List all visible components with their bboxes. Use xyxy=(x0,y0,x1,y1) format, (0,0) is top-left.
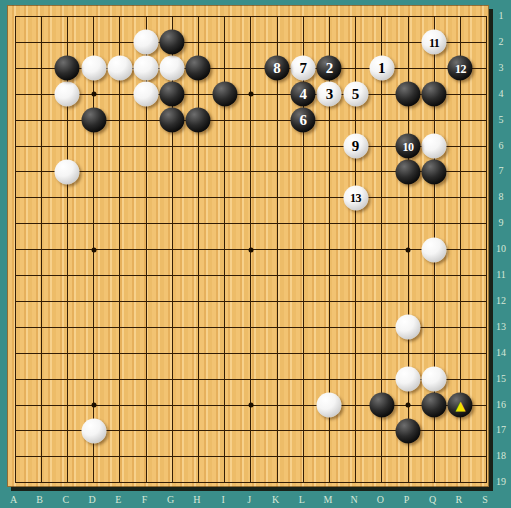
board-frame: ▲12345678910111213 ABCDEFGHIJKLMNOPQRS12… xyxy=(0,0,511,508)
stone-white-N6[interactable]: 9 xyxy=(343,134,368,159)
star-point-P10 xyxy=(406,247,411,252)
stone-white-M16[interactable] xyxy=(317,393,342,418)
move-number: 3 xyxy=(326,87,334,102)
stone-black-G4[interactable] xyxy=(160,82,185,107)
stone-white-M4[interactable]: 3 xyxy=(317,82,342,107)
col-label-G: G xyxy=(167,494,174,505)
stone-black-R16[interactable]: ▲ xyxy=(448,393,473,418)
row-label-16: 16 xyxy=(496,398,506,409)
stone-black-P6[interactable]: 10 xyxy=(396,134,421,159)
col-label-P: P xyxy=(404,494,410,505)
star-point-J4 xyxy=(248,92,253,97)
move-number: 12 xyxy=(455,62,466,74)
stone-black-G5[interactable] xyxy=(160,108,185,133)
move-number: 11 xyxy=(429,36,439,48)
col-label-H: H xyxy=(193,494,200,505)
col-label-A: A xyxy=(10,494,17,505)
move-number: 10 xyxy=(403,140,414,152)
stone-black-H5[interactable] xyxy=(186,108,211,133)
row-label-8: 8 xyxy=(499,191,504,202)
stone-white-L3[interactable]: 7 xyxy=(291,56,316,81)
row-label-15: 15 xyxy=(496,372,506,383)
move-number: 13 xyxy=(350,192,361,204)
stone-black-Q7[interactable] xyxy=(422,159,447,184)
row-label-13: 13 xyxy=(496,320,506,331)
stone-black-L5[interactable]: 6 xyxy=(291,108,316,133)
stone-black-I4[interactable] xyxy=(212,82,237,107)
row-label-2: 2 xyxy=(499,35,504,46)
row-label-12: 12 xyxy=(496,294,506,305)
row-label-11: 11 xyxy=(496,269,506,280)
col-label-J: J xyxy=(247,494,251,505)
col-label-N: N xyxy=(350,494,357,505)
grid-line-horizontal xyxy=(15,456,488,457)
star-point-J10 xyxy=(248,247,253,252)
stone-black-O16[interactable] xyxy=(369,393,394,418)
row-label-14: 14 xyxy=(496,346,506,357)
stone-white-F3[interactable] xyxy=(134,56,159,81)
grid-line-horizontal xyxy=(15,301,488,302)
stone-white-F2[interactable] xyxy=(134,30,159,55)
col-label-K: K xyxy=(272,494,279,505)
stone-white-Q6[interactable] xyxy=(422,134,447,159)
stone-black-R3[interactable]: 12 xyxy=(448,56,473,81)
stone-white-G3[interactable] xyxy=(160,56,185,81)
row-label-18: 18 xyxy=(496,450,506,461)
col-label-F: F xyxy=(142,494,148,505)
grid-line-horizontal xyxy=(15,275,488,276)
col-label-S: S xyxy=(482,494,488,505)
stone-white-E3[interactable] xyxy=(107,56,132,81)
col-label-C: C xyxy=(63,494,70,505)
stone-black-L4[interactable]: 4 xyxy=(291,82,316,107)
stone-black-P4[interactable] xyxy=(396,82,421,107)
stone-black-Q16[interactable] xyxy=(422,393,447,418)
row-label-1: 1 xyxy=(499,10,504,21)
col-label-R: R xyxy=(456,494,463,505)
stone-black-Q4[interactable] xyxy=(422,82,447,107)
move-number: 8 xyxy=(273,61,281,76)
grid-line-horizontal xyxy=(15,353,488,354)
stone-black-C3[interactable] xyxy=(55,56,80,81)
row-label-19: 19 xyxy=(496,476,506,487)
star-point-D4 xyxy=(91,92,96,97)
stone-black-G2[interactable] xyxy=(160,30,185,55)
stone-white-D3[interactable] xyxy=(81,56,106,81)
move-number: 4 xyxy=(299,87,307,102)
row-label-3: 3 xyxy=(499,61,504,72)
stone-black-M3[interactable]: 2 xyxy=(317,56,342,81)
star-point-J16 xyxy=(248,403,253,408)
stone-black-K3[interactable]: 8 xyxy=(265,56,290,81)
col-label-D: D xyxy=(88,494,95,505)
row-label-6: 6 xyxy=(499,139,504,150)
grid-line-vertical xyxy=(277,16,278,483)
move-number: 1 xyxy=(378,61,386,76)
stone-black-P17[interactable] xyxy=(396,418,421,443)
col-label-I: I xyxy=(221,494,224,505)
col-label-L: L xyxy=(299,494,305,505)
stone-white-Q2[interactable]: 11 xyxy=(422,30,447,55)
col-label-B: B xyxy=(36,494,43,505)
col-label-O: O xyxy=(377,494,384,505)
stone-white-P13[interactable] xyxy=(396,315,421,340)
row-label-9: 9 xyxy=(499,217,504,228)
row-label-4: 4 xyxy=(499,87,504,98)
stone-black-D5[interactable] xyxy=(81,108,106,133)
stone-white-Q10[interactable] xyxy=(422,237,447,262)
stone-black-H3[interactable] xyxy=(186,56,211,81)
move-number: 5 xyxy=(352,87,360,102)
stone-white-C7[interactable] xyxy=(55,159,80,184)
stone-white-P15[interactable] xyxy=(396,367,421,392)
stone-white-Q15[interactable] xyxy=(422,367,447,392)
grid-line-horizontal xyxy=(15,482,488,483)
stone-white-N8[interactable]: 13 xyxy=(343,185,368,210)
stone-black-P7[interactable] xyxy=(396,159,421,184)
col-label-E: E xyxy=(115,494,121,505)
col-label-M: M xyxy=(323,494,332,505)
row-label-5: 5 xyxy=(499,113,504,124)
stone-white-C4[interactable] xyxy=(55,82,80,107)
stone-white-O3[interactable]: 1 xyxy=(369,56,394,81)
go-board[interactable]: ▲12345678910111213 xyxy=(7,5,489,487)
row-label-7: 7 xyxy=(499,165,504,176)
move-number: 7 xyxy=(299,61,307,76)
star-point-D10 xyxy=(91,247,96,252)
stone-white-N4[interactable]: 5 xyxy=(343,82,368,107)
row-label-10: 10 xyxy=(496,243,506,254)
row-label-17: 17 xyxy=(496,424,506,435)
grid-line-vertical xyxy=(486,16,487,483)
star-point-P16 xyxy=(406,403,411,408)
star-point-D16 xyxy=(91,403,96,408)
stone-white-F4[interactable] xyxy=(134,82,159,107)
move-number: 2 xyxy=(326,61,334,76)
col-label-Q: Q xyxy=(429,494,436,505)
move-number: 9 xyxy=(352,139,360,154)
move-number: 6 xyxy=(299,113,307,128)
triangle-marker-icon: ▲ xyxy=(455,399,465,412)
stone-white-D17[interactable] xyxy=(81,418,106,443)
